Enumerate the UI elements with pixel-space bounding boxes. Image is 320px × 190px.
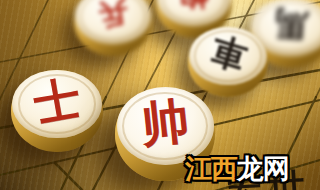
piece-face: 兵: [75, 0, 151, 44]
general-glyph: 帅: [117, 87, 214, 157]
watermark-part1: 江西: [185, 154, 237, 184]
piece-face: 車: [189, 27, 267, 85]
advisor-glyph: 士: [12, 70, 101, 131]
cannon-glyph: 炮: [157, 0, 231, 21]
palace-diagonal: [55, 163, 82, 190]
watermark-part2: 龙网: [237, 154, 289, 184]
watermark-text: 江西龙网: [185, 151, 289, 187]
chariot-glyph: 車: [189, 27, 267, 79]
piece-red-advisor[interactable]: 士: [11, 70, 103, 152]
piece-red-soldier[interactable]: 兵: [74, 0, 152, 56]
piece-face: 士: [12, 70, 101, 138]
xiangqi-board-photo: 炮 兵 馬 車 士 帅 宏世 江西龙网: [0, 0, 320, 190]
soldier-glyph: 兵: [75, 0, 151, 39]
